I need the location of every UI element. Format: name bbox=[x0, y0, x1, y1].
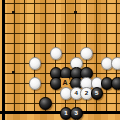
black-stone[interactable]: 5 bbox=[91, 87, 103, 99]
grid-hline bbox=[3, 33, 121, 34]
black-stone[interactable] bbox=[111, 77, 120, 89]
board-left-edge bbox=[2, 0, 5, 120]
grid-hline bbox=[3, 43, 121, 44]
move-number: 4 bbox=[75, 90, 78, 96]
move-number: 2 bbox=[85, 90, 88, 96]
white-stone[interactable] bbox=[50, 47, 62, 59]
grid-hline bbox=[3, 103, 121, 104]
move-number: 3 bbox=[75, 110, 78, 116]
star-point bbox=[12, 71, 15, 74]
grid-vline bbox=[14, 0, 15, 113]
grid-hline bbox=[3, 3, 121, 4]
go-board[interactable]: 42513A bbox=[0, 0, 120, 120]
move-number: 5 bbox=[95, 90, 98, 96]
white-stone[interactable] bbox=[29, 77, 41, 89]
white-stone[interactable] bbox=[80, 47, 92, 59]
go-diagram: 42513A bbox=[0, 0, 120, 120]
move-number: 1 bbox=[64, 110, 67, 116]
grid-hline bbox=[3, 13, 121, 14]
black-stone[interactable] bbox=[39, 97, 51, 109]
grid-vline bbox=[24, 0, 25, 113]
white-stone[interactable] bbox=[111, 57, 120, 69]
white-stone[interactable] bbox=[29, 57, 41, 69]
star-point bbox=[12, 11, 15, 14]
star-point bbox=[74, 11, 77, 14]
black-stone[interactable]: 3 bbox=[70, 107, 82, 119]
grid-hline bbox=[3, 23, 121, 24]
point-label-A[interactable]: A bbox=[61, 78, 69, 87]
